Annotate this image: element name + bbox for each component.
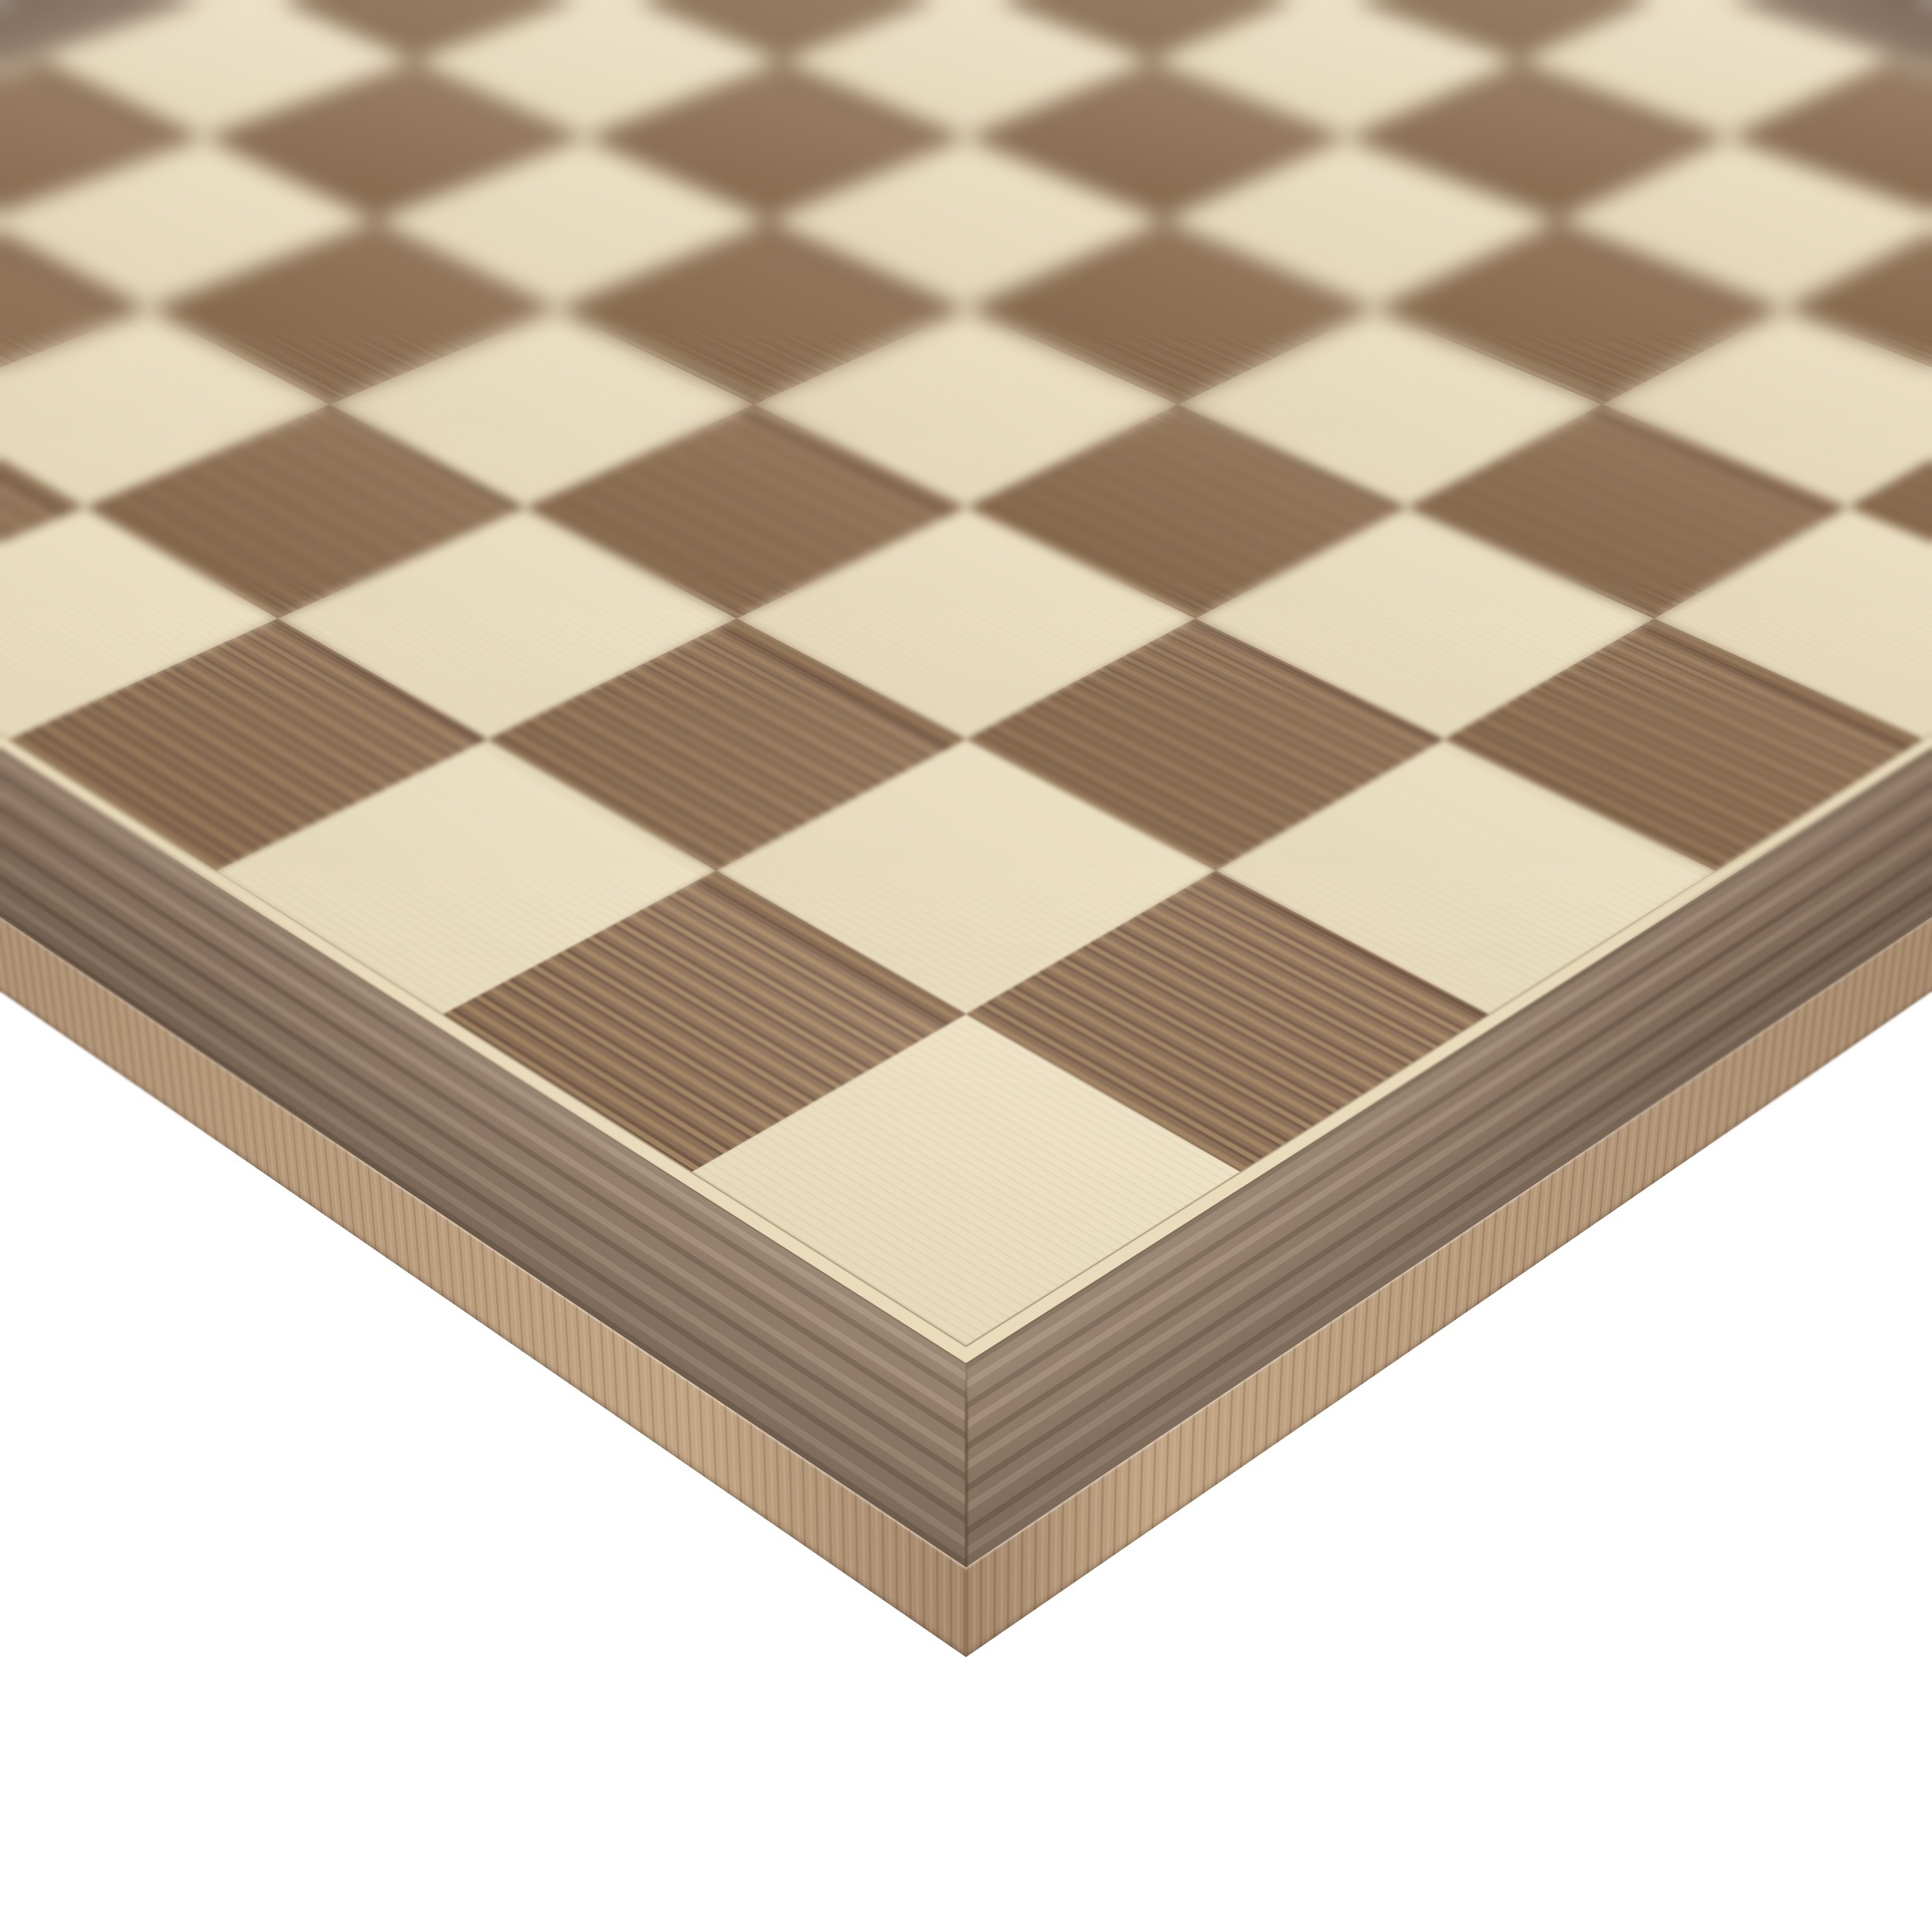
board-square[interactable] <box>488 618 966 870</box>
board-square[interactable] <box>1848 404 1932 618</box>
board-square[interactable] <box>444 871 966 1172</box>
board-square[interactable] <box>217 740 716 1015</box>
board-square[interactable] <box>966 618 1444 870</box>
board-square[interactable] <box>736 507 1196 739</box>
board-square[interactable] <box>0 404 84 618</box>
board-square[interactable] <box>1444 618 1923 870</box>
board-square[interactable] <box>1216 740 1715 1015</box>
board-square[interactable] <box>9 618 488 870</box>
board-square[interactable] <box>278 507 737 739</box>
board-square[interactable] <box>716 740 1216 1015</box>
frame-mitre-seam <box>964 1359 968 1567</box>
board-square[interactable] <box>1406 404 1847 618</box>
board-square[interactable] <box>0 309 330 507</box>
board-top-surface <box>0 0 1932 1567</box>
board-square[interactable] <box>966 404 1406 618</box>
board-square[interactable] <box>1178 309 1602 507</box>
board-square[interactable] <box>1654 507 1932 739</box>
board-square[interactable] <box>966 871 1488 1172</box>
board-square[interactable] <box>0 507 278 739</box>
product-photo <box>0 0 1932 1932</box>
board-square[interactable] <box>1602 309 1932 507</box>
board-square[interactable] <box>692 1014 1240 1345</box>
scene <box>0 0 1932 1932</box>
board-square[interactable] <box>330 309 754 507</box>
board-square[interactable] <box>1196 507 1655 739</box>
board-square[interactable] <box>84 404 525 618</box>
chess-board <box>0 0 1932 1567</box>
board-square[interactable] <box>754 309 1179 507</box>
board-square[interactable] <box>526 404 966 618</box>
